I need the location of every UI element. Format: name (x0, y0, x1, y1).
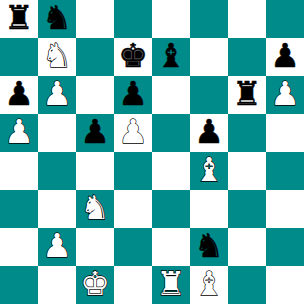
square-d4[interactable] (114, 152, 152, 190)
square-d3[interactable] (114, 190, 152, 228)
square-a3[interactable] (0, 190, 38, 228)
square-a1[interactable] (0, 266, 38, 304)
square-c6[interactable] (76, 76, 114, 114)
piece-white-king[interactable]: ♚ (80, 265, 110, 303)
square-b2[interactable]: ♟ (38, 228, 76, 266)
piece-black-rook[interactable]: ♜ (4, 0, 34, 37)
square-g7[interactable] (228, 38, 266, 76)
square-f7[interactable] (190, 38, 228, 76)
square-h2[interactable] (266, 228, 304, 266)
square-f4[interactable]: ♝ (190, 152, 228, 190)
piece-black-pawn[interactable]: ♟ (270, 37, 300, 75)
square-a4[interactable] (0, 152, 38, 190)
square-e4[interactable] (152, 152, 190, 190)
piece-black-pawn[interactable]: ♟ (4, 75, 34, 113)
square-d2[interactable] (114, 228, 152, 266)
square-f1[interactable]: ♝ (190, 266, 228, 304)
square-d7[interactable]: ♚ (114, 38, 152, 76)
square-e6[interactable] (152, 76, 190, 114)
square-f5[interactable]: ♟ (190, 114, 228, 152)
square-c8[interactable] (76, 0, 114, 38)
square-b5[interactable] (38, 114, 76, 152)
square-d5[interactable]: ♟ (114, 114, 152, 152)
square-e8[interactable] (152, 0, 190, 38)
square-c3[interactable]: ♞ (76, 190, 114, 228)
square-a8[interactable]: ♜ (0, 0, 38, 38)
square-d8[interactable] (114, 0, 152, 38)
piece-black-rook[interactable]: ♜ (232, 75, 262, 113)
square-a5[interactable]: ♟ (0, 114, 38, 152)
square-f6[interactable] (190, 76, 228, 114)
square-g4[interactable] (228, 152, 266, 190)
square-d1[interactable] (114, 266, 152, 304)
piece-white-rook[interactable]: ♜ (156, 265, 186, 303)
square-h1[interactable] (266, 266, 304, 304)
square-h3[interactable] (266, 190, 304, 228)
piece-black-knight[interactable]: ♞ (194, 227, 224, 265)
square-g2[interactable] (228, 228, 266, 266)
square-g3[interactable] (228, 190, 266, 228)
square-c7[interactable] (76, 38, 114, 76)
square-h7[interactable]: ♟ (266, 38, 304, 76)
piece-black-bishop[interactable]: ♝ (156, 37, 186, 75)
square-e1[interactable]: ♜ (152, 266, 190, 304)
square-h4[interactable] (266, 152, 304, 190)
square-c5[interactable]: ♟ (76, 114, 114, 152)
piece-white-pawn[interactable]: ♟ (42, 75, 72, 113)
square-e5[interactable] (152, 114, 190, 152)
piece-white-pawn[interactable]: ♟ (118, 113, 148, 151)
square-b3[interactable] (38, 190, 76, 228)
square-e2[interactable] (152, 228, 190, 266)
square-h8[interactable] (266, 0, 304, 38)
square-e7[interactable]: ♝ (152, 38, 190, 76)
piece-white-pawn[interactable]: ♟ (42, 227, 72, 265)
square-c1[interactable]: ♚ (76, 266, 114, 304)
square-a6[interactable]: ♟ (0, 76, 38, 114)
piece-white-bishop[interactable]: ♝ (194, 151, 224, 189)
square-f2[interactable]: ♞ (190, 228, 228, 266)
square-b6[interactable]: ♟ (38, 76, 76, 114)
square-a2[interactable] (0, 228, 38, 266)
square-g8[interactable] (228, 0, 266, 38)
square-h5[interactable] (266, 114, 304, 152)
piece-black-king[interactable]: ♚ (118, 37, 148, 75)
square-f8[interactable] (190, 0, 228, 38)
square-g1[interactable] (228, 266, 266, 304)
piece-white-pawn[interactable]: ♟ (4, 113, 34, 151)
square-a7[interactable] (0, 38, 38, 76)
chess-board: ♜♞♞♚♝♟♟♟♟♜♟♟♟♟♟♝♞♟♞♚♜♝ (0, 0, 304, 304)
square-d6[interactable]: ♟ (114, 76, 152, 114)
square-f3[interactable] (190, 190, 228, 228)
square-c2[interactable] (76, 228, 114, 266)
piece-black-pawn[interactable]: ♟ (80, 113, 110, 151)
square-g6[interactable]: ♜ (228, 76, 266, 114)
piece-white-pawn[interactable]: ♟ (270, 75, 300, 113)
piece-black-knight[interactable]: ♞ (42, 0, 72, 37)
square-b7[interactable]: ♞ (38, 38, 76, 76)
square-h6[interactable]: ♟ (266, 76, 304, 114)
piece-white-knight[interactable]: ♞ (42, 37, 72, 75)
piece-black-pawn[interactable]: ♟ (118, 75, 148, 113)
square-c4[interactable] (76, 152, 114, 190)
square-b4[interactable] (38, 152, 76, 190)
piece-black-pawn[interactable]: ♟ (194, 113, 224, 151)
square-e3[interactable] (152, 190, 190, 228)
square-b8[interactable]: ♞ (38, 0, 76, 38)
piece-white-bishop[interactable]: ♝ (194, 265, 224, 303)
square-g5[interactable] (228, 114, 266, 152)
square-b1[interactable] (38, 266, 76, 304)
piece-white-knight[interactable]: ♞ (80, 189, 110, 227)
